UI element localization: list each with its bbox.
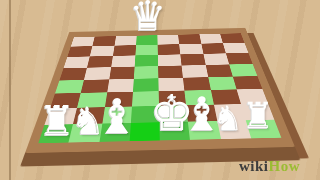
square-g4	[208, 76, 237, 90]
wikihow-watermark-wiki: wiki	[239, 158, 269, 174]
square-c8	[114, 36, 136, 46]
square-h3	[236, 89, 268, 104]
square-a2	[44, 108, 77, 125]
square-b1	[69, 124, 102, 143]
square-e6	[158, 54, 182, 66]
square-e2	[159, 105, 188, 122]
square-c4	[107, 79, 134, 93]
square-b3	[77, 93, 107, 108]
square-f2	[186, 105, 217, 122]
square-f4	[183, 77, 210, 91]
square-a1	[38, 124, 73, 143]
square-c7	[113, 45, 136, 56]
square-g7	[201, 43, 226, 54]
table-plank-seam	[9, 0, 11, 180]
square-e5	[158, 65, 183, 78]
square-c1	[99, 123, 131, 142]
square-b8	[93, 36, 116, 46]
square-b5	[84, 67, 111, 80]
square-h5	[229, 64, 257, 77]
square-h1	[246, 120, 282, 139]
square-c3	[104, 92, 132, 107]
square-e7	[158, 44, 181, 55]
square-e1	[159, 122, 190, 141]
square-h8	[220, 33, 244, 43]
square-d4	[133, 78, 159, 92]
square-f7	[179, 44, 203, 55]
square-c5	[109, 66, 135, 79]
square-b4	[81, 79, 109, 93]
square-c6	[111, 55, 135, 67]
square-a3	[50, 93, 81, 108]
square-f6	[180, 54, 205, 66]
square-e3	[159, 91, 187, 106]
square-e4	[158, 77, 184, 91]
square-g8	[199, 34, 223, 44]
square-d6	[134, 55, 158, 67]
square-f8	[178, 34, 201, 44]
screenshot-canvas: ♛♜♞♝♚♝♞♜ wikiHow	[0, 0, 320, 180]
square-c2	[102, 107, 132, 124]
square-a6	[64, 56, 90, 68]
square-d7	[135, 45, 158, 56]
square-a5	[59, 68, 87, 81]
wikihow-watermark-how: How	[269, 158, 301, 174]
square-f1	[188, 121, 220, 140]
square-h2	[241, 104, 275, 121]
square-h6	[226, 53, 253, 65]
square-a7	[67, 46, 92, 57]
square-g6	[203, 53, 229, 65]
board-grid	[38, 33, 281, 143]
square-d2	[131, 106, 160, 123]
square-g5	[205, 64, 232, 77]
square-h7	[223, 43, 249, 54]
square-b6	[87, 56, 112, 68]
square-f3	[185, 90, 214, 105]
square-h4	[233, 76, 263, 90]
square-d3	[132, 91, 159, 106]
square-d1	[129, 122, 159, 141]
square-a8	[71, 37, 95, 47]
square-f5	[182, 65, 208, 78]
square-d8	[136, 35, 158, 45]
square-d5	[134, 66, 159, 79]
square-a4	[55, 80, 84, 94]
square-e8	[157, 35, 179, 45]
square-b7	[90, 46, 114, 57]
wikihow-watermark: wikiHow	[239, 158, 300, 175]
square-b2	[73, 107, 104, 124]
